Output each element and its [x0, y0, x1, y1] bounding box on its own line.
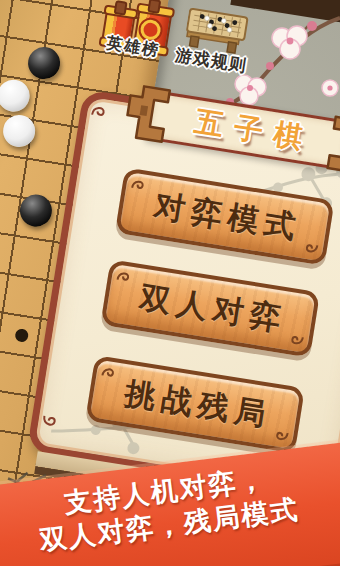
curl-ornament-icon [288, 332, 305, 349]
button-label: 对弈模式 [145, 184, 304, 250]
button-label: 双人对弈 [131, 276, 290, 342]
curl-ornament-icon [100, 363, 117, 380]
black-stone [18, 192, 55, 229]
curl-ornament-icon [130, 176, 147, 193]
drum-knob-icon [114, 0, 128, 16]
curl-ornament-icon [273, 428, 290, 445]
curl-ornament-icon [115, 267, 132, 284]
wooden-bracket-icon [325, 112, 340, 178]
white-stone [1, 113, 38, 150]
white-stone [0, 77, 32, 114]
menu-card: 五子棋 对弈模式 双人对弈 挑战残局 [27, 89, 340, 500]
black-stone [26, 45, 63, 82]
drum-knob-icon [147, 0, 161, 14]
star-point [14, 328, 29, 343]
two-player-mode-button[interactable]: 双人对弈 [100, 259, 320, 357]
card-corner-flourish [89, 100, 110, 121]
gomoku-main-menu: { "game": "gomoku", "app_title": "五子棋", … [0, 0, 340, 566]
button-label: 挑战残局 [116, 371, 275, 437]
curl-ornament-icon [303, 240, 320, 257]
wooden-bracket-icon [118, 80, 173, 146]
